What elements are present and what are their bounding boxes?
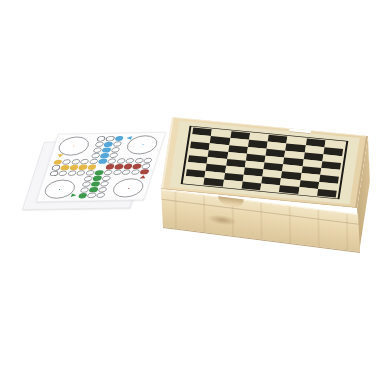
ludo-board-sheet bbox=[36, 132, 166, 202]
ludo-start-arrow-yellow bbox=[57, 154, 64, 157]
checkerboard-print bbox=[169, 121, 359, 205]
ludo-start-arrow-green bbox=[71, 193, 77, 197]
product-photo-stage bbox=[0, 0, 376, 376]
ludo-start-arrow-red bbox=[140, 175, 147, 178]
